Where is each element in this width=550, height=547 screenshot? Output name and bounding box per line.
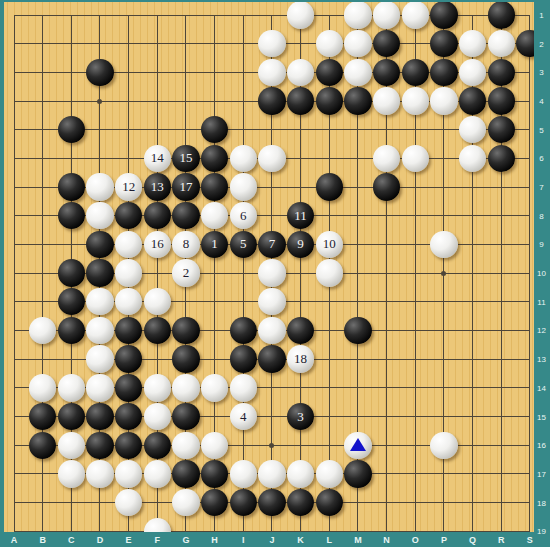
stone-white-L9[interactable]: 10 bbox=[316, 231, 343, 258]
stone-black-P1[interactable] bbox=[430, 2, 457, 29]
stone-white-B12[interactable] bbox=[29, 317, 56, 344]
move-number-label: 6 bbox=[230, 202, 257, 229]
move-number-label: 18 bbox=[287, 345, 314, 372]
stone-black-G13[interactable] bbox=[172, 345, 199, 372]
row-label-16: 16 bbox=[537, 441, 546, 450]
stone-white-K17[interactable] bbox=[287, 460, 314, 487]
stone-black-N7[interactable] bbox=[373, 173, 400, 200]
stone-white-C14[interactable] bbox=[58, 374, 85, 401]
stone-black-R6[interactable] bbox=[488, 145, 515, 172]
goban-frame: 141512131761116815791021843 ABCDEFGHIJKL… bbox=[0, 0, 550, 547]
move-number-label: 8 bbox=[172, 231, 199, 258]
row-label-5: 5 bbox=[539, 125, 543, 134]
stone-white-C16[interactable] bbox=[58, 432, 85, 459]
move-number-label: 14 bbox=[144, 145, 171, 172]
col-label-E: E bbox=[126, 535, 132, 545]
stone-white-Q3[interactable] bbox=[459, 59, 486, 86]
stone-white-N4[interactable] bbox=[373, 87, 400, 114]
stone-white-G9[interactable]: 8 bbox=[172, 231, 199, 258]
stone-black-L18[interactable] bbox=[316, 489, 343, 516]
col-label-J: J bbox=[269, 535, 274, 545]
stone-white-M1[interactable] bbox=[344, 2, 371, 29]
stone-black-G6[interactable]: 15 bbox=[172, 145, 199, 172]
stone-white-D8[interactable] bbox=[86, 202, 113, 229]
move-number-label: 1 bbox=[201, 231, 228, 258]
stone-black-E16[interactable] bbox=[115, 432, 142, 459]
stone-black-H9[interactable]: 1 bbox=[201, 231, 228, 258]
stone-black-K8[interactable]: 11 bbox=[287, 202, 314, 229]
row-label-1: 1 bbox=[539, 11, 543, 20]
stone-black-J18[interactable] bbox=[258, 489, 285, 516]
stone-black-G7[interactable]: 17 bbox=[172, 173, 199, 200]
stone-black-M12[interactable] bbox=[344, 317, 371, 344]
col-label-M: M bbox=[354, 535, 362, 545]
col-label-B: B bbox=[39, 535, 46, 545]
stone-black-R5[interactable] bbox=[488, 116, 515, 143]
stone-black-G15[interactable] bbox=[172, 403, 199, 430]
col-labels-strip: ABCDEFGHIJKLMNOPQRS bbox=[0, 532, 550, 547]
stone-black-L3[interactable] bbox=[316, 59, 343, 86]
star-point bbox=[97, 99, 102, 104]
stone-black-I9[interactable]: 5 bbox=[230, 231, 257, 258]
stone-white-D11[interactable] bbox=[86, 288, 113, 315]
move-number-label: 16 bbox=[144, 231, 171, 258]
stone-white-J17[interactable] bbox=[258, 460, 285, 487]
stone-white-D14[interactable] bbox=[86, 374, 113, 401]
stone-black-N3[interactable] bbox=[373, 59, 400, 86]
row-label-17: 17 bbox=[537, 469, 546, 478]
move-number-label: 12 bbox=[115, 173, 142, 200]
move-number-label: 4 bbox=[230, 403, 257, 430]
stone-white-Q6[interactable] bbox=[459, 145, 486, 172]
row-label-8: 8 bbox=[539, 211, 543, 220]
stone-black-K18[interactable] bbox=[287, 489, 314, 516]
stone-white-O4[interactable] bbox=[402, 87, 429, 114]
stone-black-D10[interactable] bbox=[86, 259, 113, 286]
stone-black-C12[interactable] bbox=[58, 317, 85, 344]
col-label-O: O bbox=[412, 535, 419, 545]
col-label-G: G bbox=[182, 535, 189, 545]
stone-black-P2[interactable] bbox=[430, 30, 457, 57]
stone-white-D17[interactable] bbox=[86, 460, 113, 487]
move-number-label: 13 bbox=[144, 173, 171, 200]
stone-black-D3[interactable] bbox=[86, 59, 113, 86]
col-label-L: L bbox=[327, 535, 333, 545]
stone-black-J13[interactable] bbox=[258, 345, 285, 372]
stone-black-F12[interactable] bbox=[144, 317, 171, 344]
stone-white-J2[interactable] bbox=[258, 30, 285, 57]
stone-white-P9[interactable] bbox=[430, 231, 457, 258]
stone-white-L2[interactable] bbox=[316, 30, 343, 57]
stone-white-J6[interactable] bbox=[258, 145, 285, 172]
move-number-label: 11 bbox=[287, 202, 314, 229]
stone-white-H14[interactable] bbox=[201, 374, 228, 401]
move-number-label: 15 bbox=[172, 145, 199, 172]
row-label-7: 7 bbox=[539, 183, 543, 192]
stone-white-J3[interactable] bbox=[258, 59, 285, 86]
stone-white-Q2[interactable] bbox=[459, 30, 486, 57]
stone-black-I18[interactable] bbox=[230, 489, 257, 516]
stone-black-F8[interactable] bbox=[144, 202, 171, 229]
move-number-label: 7 bbox=[258, 231, 285, 258]
stone-white-E7[interactable]: 12 bbox=[115, 173, 142, 200]
row-label-15: 15 bbox=[537, 412, 546, 421]
stone-white-O6[interactable] bbox=[402, 145, 429, 172]
stone-black-J9[interactable]: 7 bbox=[258, 231, 285, 258]
star-point bbox=[269, 443, 274, 448]
stone-white-L10[interactable] bbox=[316, 259, 343, 286]
stone-black-F16[interactable] bbox=[144, 432, 171, 459]
stone-black-F7[interactable]: 13 bbox=[144, 173, 171, 200]
stone-white-F9[interactable]: 16 bbox=[144, 231, 171, 258]
col-label-I: I bbox=[242, 535, 245, 545]
stone-black-H5[interactable] bbox=[201, 116, 228, 143]
stone-white-K13[interactable]: 18 bbox=[287, 345, 314, 372]
stone-white-G10[interactable]: 2 bbox=[172, 259, 199, 286]
stone-black-C11[interactable] bbox=[58, 288, 85, 315]
row-label-14: 14 bbox=[537, 383, 546, 392]
stone-black-K15[interactable]: 3 bbox=[287, 403, 314, 430]
row-label-4: 4 bbox=[539, 97, 543, 106]
stone-black-C8[interactable] bbox=[58, 202, 85, 229]
col-label-F: F bbox=[155, 535, 161, 545]
stone-white-E11[interactable] bbox=[115, 288, 142, 315]
stone-white-J12[interactable] bbox=[258, 317, 285, 344]
row-label-2: 2 bbox=[539, 39, 543, 48]
stone-white-F17[interactable] bbox=[144, 460, 171, 487]
stone-white-D7[interactable] bbox=[86, 173, 113, 200]
row-label-10: 10 bbox=[537, 269, 546, 278]
stone-white-J11[interactable] bbox=[258, 288, 285, 315]
stone-white-F11[interactable] bbox=[144, 288, 171, 315]
stone-white-N1[interactable] bbox=[373, 2, 400, 29]
stone-white-F14[interactable] bbox=[144, 374, 171, 401]
grid-line-vertical bbox=[529, 15, 530, 532]
col-label-C: C bbox=[68, 535, 75, 545]
stone-black-G12[interactable] bbox=[172, 317, 199, 344]
col-label-Q: Q bbox=[469, 535, 476, 545]
stone-white-K3[interactable] bbox=[287, 59, 314, 86]
stone-black-P3[interactable] bbox=[430, 59, 457, 86]
stone-black-G8[interactable] bbox=[172, 202, 199, 229]
stone-white-N6[interactable] bbox=[373, 145, 400, 172]
stone-white-M2[interactable] bbox=[344, 30, 371, 57]
stone-white-F6[interactable]: 14 bbox=[144, 145, 171, 172]
col-label-D: D bbox=[97, 535, 104, 545]
move-number-label: 3 bbox=[287, 403, 314, 430]
stone-black-R3[interactable] bbox=[488, 59, 515, 86]
col-label-K: K bbox=[297, 535, 304, 545]
stone-white-E9[interactable] bbox=[115, 231, 142, 258]
stone-white-I14[interactable] bbox=[230, 374, 257, 401]
triangle-marker bbox=[350, 438, 366, 451]
stone-white-G16[interactable] bbox=[172, 432, 199, 459]
col-label-S: S bbox=[527, 535, 533, 545]
stone-black-I12[interactable] bbox=[230, 317, 257, 344]
stone-white-E10[interactable] bbox=[115, 259, 142, 286]
move-number-label: 9 bbox=[287, 231, 314, 258]
star-point bbox=[441, 271, 446, 276]
move-number-label: 5 bbox=[230, 231, 257, 258]
stone-black-H7[interactable] bbox=[201, 173, 228, 200]
stone-black-L4[interactable] bbox=[316, 87, 343, 114]
stone-white-K1[interactable] bbox=[287, 2, 314, 29]
stone-black-E8[interactable] bbox=[115, 202, 142, 229]
col-label-N: N bbox=[383, 535, 390, 545]
stone-white-Q5[interactable] bbox=[459, 116, 486, 143]
row-label-12: 12 bbox=[537, 326, 546, 335]
stone-black-Q4[interactable] bbox=[459, 87, 486, 114]
col-label-R: R bbox=[498, 535, 505, 545]
stone-black-C5[interactable] bbox=[58, 116, 85, 143]
row-label-13: 13 bbox=[537, 355, 546, 364]
stone-white-O1[interactable] bbox=[402, 2, 429, 29]
move-number-label: 17 bbox=[172, 173, 199, 200]
stone-white-E17[interactable] bbox=[115, 460, 142, 487]
stone-black-C7[interactable] bbox=[58, 173, 85, 200]
stone-white-P4[interactable] bbox=[430, 87, 457, 114]
stone-white-H8[interactable] bbox=[201, 202, 228, 229]
stone-black-O3[interactable] bbox=[402, 59, 429, 86]
stone-black-R1[interactable] bbox=[488, 2, 515, 29]
stone-black-G17[interactable] bbox=[172, 460, 199, 487]
move-number-label: 2 bbox=[172, 259, 199, 286]
stone-white-H16[interactable] bbox=[201, 432, 228, 459]
stone-white-R2[interactable] bbox=[488, 30, 515, 57]
stone-white-I7[interactable] bbox=[230, 173, 257, 200]
stone-black-J4[interactable] bbox=[258, 87, 285, 114]
stone-black-K4[interactable] bbox=[287, 87, 314, 114]
stone-black-S2[interactable] bbox=[516, 30, 533, 57]
stone-black-H17[interactable] bbox=[201, 460, 228, 487]
stone-white-G14[interactable] bbox=[172, 374, 199, 401]
row-labels-strip: 12345678910111213141516171819 bbox=[534, 0, 550, 532]
stone-white-G18[interactable] bbox=[172, 489, 199, 516]
stone-black-C15[interactable] bbox=[58, 403, 85, 430]
stone-black-H6[interactable] bbox=[201, 145, 228, 172]
stone-white-P16[interactable] bbox=[430, 432, 457, 459]
stone-black-K12[interactable] bbox=[287, 317, 314, 344]
row-label-18: 18 bbox=[537, 498, 546, 507]
stone-black-E15[interactable] bbox=[115, 403, 142, 430]
stone-black-C10[interactable] bbox=[58, 259, 85, 286]
stone-black-K9[interactable]: 9 bbox=[287, 231, 314, 258]
stone-black-E14[interactable] bbox=[115, 374, 142, 401]
row-label-6: 6 bbox=[539, 154, 543, 163]
stone-white-B14[interactable] bbox=[29, 374, 56, 401]
stone-black-D15[interactable] bbox=[86, 403, 113, 430]
stone-black-M4[interactable] bbox=[344, 87, 371, 114]
stone-black-D16[interactable] bbox=[86, 432, 113, 459]
stone-white-I17[interactable] bbox=[230, 460, 257, 487]
stone-white-I6[interactable] bbox=[230, 145, 257, 172]
stone-white-M16[interactable] bbox=[344, 432, 371, 459]
stone-white-D13[interactable] bbox=[86, 345, 113, 372]
row-label-3: 3 bbox=[539, 68, 543, 77]
go-board[interactable]: 141512131761116815791021843 bbox=[4, 2, 534, 532]
stone-black-D9[interactable] bbox=[86, 231, 113, 258]
stone-black-L7[interactable] bbox=[316, 173, 343, 200]
stone-white-J10[interactable] bbox=[258, 259, 285, 286]
move-number-label: 10 bbox=[316, 231, 343, 258]
row-label-19: 19 bbox=[537, 527, 546, 536]
stone-black-H18[interactable] bbox=[201, 489, 228, 516]
stone-white-I15[interactable]: 4 bbox=[230, 403, 257, 430]
stone-white-F19[interactable] bbox=[144, 518, 171, 532]
stone-white-I8[interactable]: 6 bbox=[230, 202, 257, 229]
stone-black-I13[interactable] bbox=[230, 345, 257, 372]
stone-black-N2[interactable] bbox=[373, 30, 400, 57]
stone-black-B16[interactable] bbox=[29, 432, 56, 459]
row-label-11: 11 bbox=[537, 297, 545, 306]
col-label-A: A bbox=[11, 535, 18, 545]
stone-white-D12[interactable] bbox=[86, 317, 113, 344]
stone-black-B15[interactable] bbox=[29, 403, 56, 430]
stone-white-C17[interactable] bbox=[58, 460, 85, 487]
stone-black-M17[interactable] bbox=[344, 460, 371, 487]
col-label-P: P bbox=[441, 535, 447, 545]
stone-black-E13[interactable] bbox=[115, 345, 142, 372]
stone-black-R4[interactable] bbox=[488, 87, 515, 114]
stone-white-M3[interactable] bbox=[344, 59, 371, 86]
stone-white-F15[interactable] bbox=[144, 403, 171, 430]
col-label-H: H bbox=[211, 535, 218, 545]
stone-black-E12[interactable] bbox=[115, 317, 142, 344]
row-label-9: 9 bbox=[539, 240, 543, 249]
stone-white-E18[interactable] bbox=[115, 489, 142, 516]
stone-white-L17[interactable] bbox=[316, 460, 343, 487]
